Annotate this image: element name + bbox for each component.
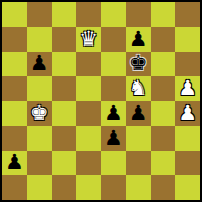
square-e8[interactable]	[101, 2, 126, 27]
square-d6[interactable]	[76, 52, 101, 77]
square-h8[interactable]	[175, 2, 200, 27]
square-h5[interactable]: ♟	[175, 76, 200, 101]
square-e6[interactable]	[101, 52, 126, 77]
black-pawn[interactable]: ♟	[5, 152, 24, 173]
square-h6[interactable]	[175, 52, 200, 77]
square-c6[interactable]	[52, 52, 77, 77]
square-g3[interactable]	[151, 126, 176, 151]
square-g4[interactable]	[151, 101, 176, 126]
square-c4[interactable]	[52, 101, 77, 126]
square-h7[interactable]	[175, 27, 200, 52]
square-c8[interactable]	[52, 2, 77, 27]
square-h1[interactable]	[175, 175, 200, 200]
square-d4[interactable]	[76, 101, 101, 126]
square-d3[interactable]	[76, 126, 101, 151]
square-c3[interactable]	[52, 126, 77, 151]
square-e7[interactable]	[101, 27, 126, 52]
square-e1[interactable]	[101, 175, 126, 200]
square-d5[interactable]	[76, 76, 101, 101]
square-g6[interactable]	[151, 52, 176, 77]
black-king[interactable]: ♚	[129, 53, 148, 74]
square-e4[interactable]: ♟	[101, 101, 126, 126]
square-e2[interactable]	[101, 151, 126, 176]
white-pawn[interactable]: ♟	[178, 103, 197, 124]
square-a6[interactable]	[2, 52, 27, 77]
black-pawn[interactable]: ♟	[104, 103, 123, 124]
square-e5[interactable]	[101, 76, 126, 101]
square-b2[interactable]	[27, 151, 52, 176]
chess-board: ♛♟♟♚♞♟♚♟♟♟♟♟	[0, 0, 202, 202]
black-pawn[interactable]: ♟	[129, 103, 148, 124]
black-pawn[interactable]: ♟	[30, 53, 49, 74]
square-d2[interactable]	[76, 151, 101, 176]
square-g5[interactable]	[151, 76, 176, 101]
square-e3[interactable]: ♟	[101, 126, 126, 151]
square-f4[interactable]: ♟	[126, 101, 151, 126]
square-b5[interactable]	[27, 76, 52, 101]
square-a3[interactable]	[2, 126, 27, 151]
square-a8[interactable]	[2, 2, 27, 27]
square-f2[interactable]	[126, 151, 151, 176]
square-g2[interactable]	[151, 151, 176, 176]
square-a7[interactable]	[2, 27, 27, 52]
white-queen[interactable]: ♛	[79, 29, 98, 50]
square-c2[interactable]	[52, 151, 77, 176]
square-b6[interactable]: ♟	[27, 52, 52, 77]
square-a5[interactable]	[2, 76, 27, 101]
square-g8[interactable]	[151, 2, 176, 27]
square-h3[interactable]	[175, 126, 200, 151]
square-b7[interactable]	[27, 27, 52, 52]
square-a4[interactable]	[2, 101, 27, 126]
white-knight[interactable]: ♞	[129, 78, 148, 99]
square-f6[interactable]: ♚	[126, 52, 151, 77]
square-f1[interactable]	[126, 175, 151, 200]
black-pawn[interactable]: ♟	[129, 29, 148, 50]
white-pawn[interactable]: ♟	[178, 78, 197, 99]
square-f3[interactable]	[126, 126, 151, 151]
square-f5[interactable]: ♞	[126, 76, 151, 101]
square-c7[interactable]	[52, 27, 77, 52]
square-b3[interactable]	[27, 126, 52, 151]
square-h4[interactable]: ♟	[175, 101, 200, 126]
square-f8[interactable]	[126, 2, 151, 27]
black-pawn[interactable]: ♟	[104, 128, 123, 149]
square-f7[interactable]: ♟	[126, 27, 151, 52]
square-g7[interactable]	[151, 27, 176, 52]
square-b4[interactable]: ♚	[27, 101, 52, 126]
white-king[interactable]: ♚	[30, 103, 49, 124]
square-b8[interactable]	[27, 2, 52, 27]
square-a1[interactable]	[2, 175, 27, 200]
square-a2[interactable]: ♟	[2, 151, 27, 176]
square-d7[interactable]: ♛	[76, 27, 101, 52]
square-b1[interactable]	[27, 175, 52, 200]
square-g1[interactable]	[151, 175, 176, 200]
square-c5[interactable]	[52, 76, 77, 101]
square-h2[interactable]	[175, 151, 200, 176]
square-d8[interactable]	[76, 2, 101, 27]
square-c1[interactable]	[52, 175, 77, 200]
square-d1[interactable]	[76, 175, 101, 200]
